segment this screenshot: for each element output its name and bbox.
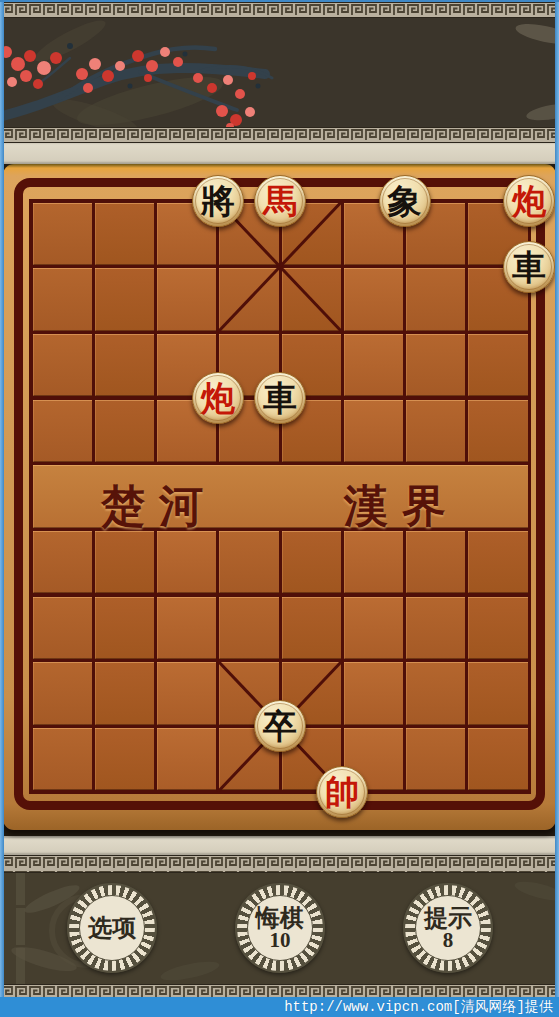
meander-border (0, 127, 559, 143)
meander-border-top (0, 2, 559, 18)
watermark-url-text: http://www.vipcn.com[清风网络]提供 (284, 998, 559, 1016)
piece-black-soldier[interactable]: 卒 (254, 700, 306, 752)
board-cell (468, 662, 527, 725)
board-cell (33, 203, 92, 266)
piece-glyph: 炮 (201, 381, 235, 415)
board-cell (406, 597, 465, 660)
board-cell (95, 662, 154, 725)
hint-button-face: 提示 8 (415, 895, 481, 961)
board-cell (468, 597, 527, 660)
piece-glyph: 車 (263, 381, 297, 415)
hint-count: 8 (443, 930, 454, 951)
board-cell (95, 597, 154, 660)
board-cell (406, 531, 465, 594)
piece-black-elephant[interactable]: 象 (379, 175, 431, 227)
board-cell (344, 597, 403, 660)
board-cell (33, 334, 92, 397)
board-cell (219, 531, 278, 594)
board-cell (95, 334, 154, 397)
undo-count: 10 (270, 930, 291, 951)
piece-glyph: 馬 (263, 184, 297, 218)
board-cell (406, 400, 465, 463)
board-cell (95, 268, 154, 331)
board-cell (344, 334, 403, 397)
board-cell (282, 531, 341, 594)
board-cell (157, 662, 216, 725)
top-blue-edge (0, 0, 559, 2)
piece-red-cannon[interactable]: 炮 (192, 372, 244, 424)
undo-button[interactable]: 悔棋 10 (235, 883, 325, 973)
piece-black-chariot[interactable]: 車 (503, 241, 555, 293)
board-cell (406, 662, 465, 725)
piece-glyph: 象 (388, 184, 422, 218)
river-label-left: 楚河 (101, 477, 217, 536)
board-cell (344, 662, 403, 725)
undo-button-face: 悔棋 10 (247, 895, 313, 961)
board-cell (219, 597, 278, 660)
piece-glyph: 卒 (263, 709, 297, 743)
xiangqi-board: 楚河 漢界 將馬象炮車炮車卒帥 (3, 164, 556, 830)
piece-glyph: 將 (201, 184, 235, 218)
board-cell (95, 531, 154, 594)
piece-glyph: 帥 (325, 775, 359, 809)
options-button[interactable]: 选项 (67, 883, 157, 973)
divider-strip-top (0, 141, 559, 164)
river-label-right: 漢界 (344, 477, 460, 536)
options-button-label: 选项 (88, 915, 136, 940)
board-cell (95, 400, 154, 463)
plum-blossom-illustration (0, 16, 559, 127)
piece-red-general[interactable]: 帥 (316, 766, 368, 818)
piece-glyph: 車 (512, 250, 546, 284)
right-blue-edge (555, 0, 559, 997)
board-cell (157, 597, 216, 660)
plum-blossom-banner (0, 16, 559, 127)
board-cell (406, 334, 465, 397)
board-cell (406, 268, 465, 331)
piece-red-cannon[interactable]: 炮 (503, 175, 555, 227)
board-cell (33, 531, 92, 594)
board-cell (468, 531, 527, 594)
piece-red-horse[interactable]: 馬 (254, 175, 306, 227)
board-cell (157, 728, 216, 791)
board-cell (468, 728, 527, 791)
board-grid[interactable]: 楚河 漢界 將馬象炮車炮車卒帥 (29, 199, 531, 794)
piece-glyph: 炮 (512, 184, 546, 218)
divider-strip-bottom (0, 836, 559, 855)
footer-watermark-strip: http://www.vipcn.com[清风网络]提供 (0, 997, 559, 1017)
board-cell (468, 334, 527, 397)
board-cell (33, 662, 92, 725)
board-cell (406, 728, 465, 791)
board-cell (344, 268, 403, 331)
board-cell (33, 268, 92, 331)
board-cell (95, 203, 154, 266)
board-cell (157, 268, 216, 331)
board-cell (33, 400, 92, 463)
board-cell (33, 728, 92, 791)
hint-button-label: 提示 (424, 905, 472, 930)
board-cell (95, 728, 154, 791)
hint-button[interactable]: 提示 8 (403, 883, 493, 973)
board-cell (219, 268, 278, 331)
piece-black-chariot[interactable]: 車 (254, 372, 306, 424)
board-cell (344, 531, 403, 594)
piece-black-general[interactable]: 將 (192, 175, 244, 227)
board-cell (33, 597, 92, 660)
board-cell (157, 531, 216, 594)
board-cell (344, 400, 403, 463)
board-cell (282, 268, 341, 331)
board-cell (468, 400, 527, 463)
undo-button-label: 悔棋 (256, 905, 304, 930)
board-cell (282, 597, 341, 660)
left-blue-edge (0, 0, 4, 997)
meander-border (0, 855, 559, 873)
options-button-face: 选项 (79, 895, 145, 961)
